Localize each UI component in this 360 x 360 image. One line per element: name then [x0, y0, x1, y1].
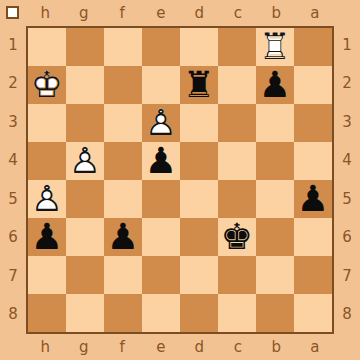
black-pawn-a5[interactable]: ♟ — [294, 180, 332, 218]
square-g7[interactable] — [66, 256, 104, 294]
file-labels-top: hgfedcba — [26, 0, 334, 26]
square-g6[interactable] — [66, 218, 104, 256]
file-labels-bottom: hgfedcba — [26, 334, 334, 360]
file-label-d: d — [180, 334, 219, 360]
black-pawn-h6[interactable]: ♟ — [28, 218, 66, 256]
square-h7[interactable] — [28, 256, 66, 294]
square-c7[interactable] — [218, 256, 256, 294]
black-piece-fill-glyph: ♟ — [294, 180, 332, 218]
square-a2[interactable] — [294, 66, 332, 104]
white-king-h2[interactable]: ♚♔ — [28, 66, 66, 104]
rank-labels-left: 12345678 — [0, 26, 26, 334]
square-g8[interactable] — [66, 294, 104, 332]
square-d8[interactable] — [180, 294, 218, 332]
white-piece-outline-glyph: ♖ — [256, 28, 294, 66]
black-piece-fill-glyph: ♜ — [180, 66, 218, 104]
square-a8[interactable] — [294, 294, 332, 332]
square-c6[interactable]: ♚ — [218, 218, 256, 256]
square-b2[interactable]: ♟ — [256, 66, 294, 104]
square-f2[interactable] — [104, 66, 142, 104]
black-piece-fill-glyph: ♟ — [104, 218, 142, 256]
square-g1[interactable] — [66, 28, 104, 66]
white-piece-outline-glyph: ♙ — [28, 180, 66, 218]
square-f6[interactable]: ♟ — [104, 218, 142, 256]
black-pawn-b2[interactable]: ♟ — [256, 66, 294, 104]
black-rook-d2[interactable]: ♜ — [180, 66, 218, 104]
black-pawn-f6[interactable]: ♟ — [104, 218, 142, 256]
rank-label-2: 2 — [334, 65, 360, 104]
square-g5[interactable] — [66, 180, 104, 218]
black-piece-fill-glyph: ♚ — [218, 218, 256, 256]
white-pawn-h5[interactable]: ♟♙ — [28, 180, 66, 218]
square-h8[interactable] — [28, 294, 66, 332]
file-label-e: e — [142, 334, 181, 360]
square-f4[interactable] — [104, 142, 142, 180]
square-f5[interactable] — [104, 180, 142, 218]
file-label-f: f — [103, 0, 142, 26]
black-pawn-e4[interactable]: ♟ — [142, 142, 180, 180]
file-label-e: e — [142, 0, 181, 26]
rank-label-8: 8 — [0, 296, 26, 335]
rank-label-4: 4 — [0, 142, 26, 181]
square-b6[interactable] — [256, 218, 294, 256]
white-piece-outline-glyph: ♙ — [142, 104, 180, 142]
square-d3[interactable] — [180, 104, 218, 142]
square-f7[interactable] — [104, 256, 142, 294]
square-d2[interactable]: ♜ — [180, 66, 218, 104]
square-d6[interactable] — [180, 218, 218, 256]
square-a7[interactable] — [294, 256, 332, 294]
square-b5[interactable] — [256, 180, 294, 218]
white-rook-b1[interactable]: ♜♖ — [256, 28, 294, 66]
square-c5[interactable] — [218, 180, 256, 218]
white-piece-outline-glyph: ♙ — [66, 142, 104, 180]
black-piece-fill-glyph: ♟ — [28, 218, 66, 256]
chess-diagram: hgfedcba hgfedcba 12345678 12345678 ♜♖♚♔… — [0, 0, 360, 360]
square-b1[interactable]: ♜♖ — [256, 28, 294, 66]
rank-label-6: 6 — [334, 219, 360, 258]
file-label-c: c — [219, 0, 258, 26]
square-a1[interactable] — [294, 28, 332, 66]
square-c2[interactable] — [218, 66, 256, 104]
square-h5[interactable]: ♟♙ — [28, 180, 66, 218]
square-h1[interactable] — [28, 28, 66, 66]
rank-label-1: 1 — [334, 26, 360, 65]
file-label-b: b — [257, 0, 296, 26]
white-pawn-e3[interactable]: ♟♙ — [142, 104, 180, 142]
file-label-d: d — [180, 0, 219, 26]
square-a6[interactable] — [294, 218, 332, 256]
black-piece-fill-glyph: ♟ — [256, 66, 294, 104]
square-a4[interactable] — [294, 142, 332, 180]
file-label-c: c — [219, 334, 258, 360]
file-label-h: h — [26, 334, 65, 360]
chess-board: ♜♖♚♔♜♟♟♙♟♙♟♟♙♟♟♟♚ — [26, 26, 334, 334]
square-e3[interactable]: ♟♙ — [142, 104, 180, 142]
rank-label-7: 7 — [0, 257, 26, 296]
square-b8[interactable] — [256, 294, 294, 332]
square-d7[interactable] — [180, 256, 218, 294]
rank-label-7: 7 — [334, 257, 360, 296]
rank-label-6: 6 — [0, 219, 26, 258]
white-to-move-indicator — [6, 6, 19, 19]
square-e7[interactable] — [142, 256, 180, 294]
square-c3[interactable] — [218, 104, 256, 142]
file-label-g: g — [65, 334, 104, 360]
square-d5[interactable] — [180, 180, 218, 218]
square-h4[interactable] — [28, 142, 66, 180]
square-c8[interactable] — [218, 294, 256, 332]
rank-label-5: 5 — [0, 180, 26, 219]
square-h6[interactable]: ♟ — [28, 218, 66, 256]
square-e5[interactable] — [142, 180, 180, 218]
rank-labels-right: 12345678 — [334, 26, 360, 334]
square-b7[interactable] — [256, 256, 294, 294]
square-b3[interactable] — [256, 104, 294, 142]
square-h2[interactable]: ♚♔ — [28, 66, 66, 104]
square-g2[interactable] — [66, 66, 104, 104]
square-a5[interactable]: ♟ — [294, 180, 332, 218]
square-d1[interactable] — [180, 28, 218, 66]
rank-label-5: 5 — [334, 180, 360, 219]
square-c1[interactable] — [218, 28, 256, 66]
file-label-a: a — [296, 334, 335, 360]
square-e1[interactable] — [142, 28, 180, 66]
square-e4[interactable]: ♟ — [142, 142, 180, 180]
square-f3[interactable] — [104, 104, 142, 142]
square-h3[interactable] — [28, 104, 66, 142]
file-label-f: f — [103, 334, 142, 360]
black-king-c6[interactable]: ♚ — [218, 218, 256, 256]
file-label-h: h — [26, 0, 65, 26]
square-g3[interactable] — [66, 104, 104, 142]
square-b4[interactable] — [256, 142, 294, 180]
white-piece-outline-glyph: ♔ — [28, 66, 66, 104]
rank-label-8: 8 — [334, 296, 360, 335]
black-piece-fill-glyph: ♟ — [142, 142, 180, 180]
rank-label-4: 4 — [334, 142, 360, 181]
file-label-a: a — [296, 0, 335, 26]
rank-label-3: 3 — [0, 103, 26, 142]
square-g4[interactable]: ♟♙ — [66, 142, 104, 180]
square-c4[interactable] — [218, 142, 256, 180]
rank-label-2: 2 — [0, 65, 26, 104]
file-label-b: b — [257, 334, 296, 360]
file-label-g: g — [65, 0, 104, 26]
square-d4[interactable] — [180, 142, 218, 180]
square-a3[interactable] — [294, 104, 332, 142]
white-pawn-g4[interactable]: ♟♙ — [66, 142, 104, 180]
rank-label-1: 1 — [0, 26, 26, 65]
square-e8[interactable] — [142, 294, 180, 332]
square-f8[interactable] — [104, 294, 142, 332]
square-f1[interactable] — [104, 28, 142, 66]
square-e2[interactable] — [142, 66, 180, 104]
rank-label-3: 3 — [334, 103, 360, 142]
square-e6[interactable] — [142, 218, 180, 256]
